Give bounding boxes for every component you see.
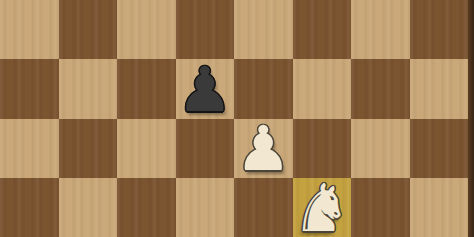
square-c6[interactable] [117,119,176,178]
white-knight[interactable]: ♞ [292,176,351,237]
square-a5[interactable] [0,178,59,237]
square-d5[interactable] [176,178,235,237]
square-e8[interactable] [234,0,293,59]
square-d6[interactable] [176,119,235,178]
square-e5[interactable] [234,178,293,237]
square-e7[interactable] [234,59,293,118]
black-pawn[interactable]: ♟ [177,59,233,121]
board-grid: ♟♟♞ [0,0,468,237]
square-h8[interactable] [410,0,469,59]
square-a8[interactable] [0,0,59,59]
square-d8[interactable] [176,0,235,59]
square-g8[interactable] [351,0,410,59]
board-edge-shadow [468,0,474,237]
square-a6[interactable] [0,119,59,178]
square-c8[interactable] [117,0,176,59]
white-pawn[interactable]: ♟ [235,118,291,180]
square-g5[interactable] [351,178,410,237]
square-f5[interactable]: ♞ [293,178,352,237]
square-h6[interactable] [410,119,469,178]
square-b8[interactable] [59,0,118,59]
square-h7[interactable] [410,59,469,118]
chess-board[interactable]: ♟♟♞ [0,0,474,237]
square-c5[interactable] [117,178,176,237]
square-g7[interactable] [351,59,410,118]
square-f8[interactable] [293,0,352,59]
square-f6[interactable] [293,119,352,178]
square-f7[interactable] [293,59,352,118]
square-b7[interactable] [59,59,118,118]
square-d7[interactable]: ♟ [176,59,235,118]
square-a7[interactable] [0,59,59,118]
square-g6[interactable] [351,119,410,178]
square-b6[interactable] [59,119,118,178]
square-e6[interactable]: ♟ [234,119,293,178]
square-h5[interactable] [410,178,469,237]
square-b5[interactable] [59,178,118,237]
square-c7[interactable] [117,59,176,118]
